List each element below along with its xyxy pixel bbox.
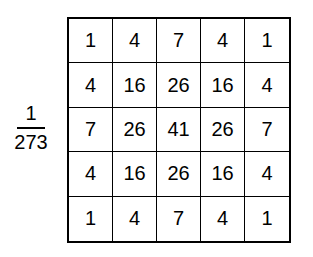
grid-cell-r3c1: 16 — [113, 152, 157, 196]
grid-cell-r2c2: 41 — [157, 108, 201, 152]
grid-cell-r3c0: 4 — [69, 152, 113, 196]
fraction-bar — [17, 127, 45, 129]
gaussian-kernel-figure: 1 273 1 4 7 4 1 4 16 26 16 4 7 26 41 26 … — [0, 0, 313, 257]
fraction-numerator: 1 — [11, 101, 51, 126]
grid-cell-r3c3: 16 — [201, 152, 245, 196]
grid-cell-r1c3: 16 — [201, 63, 245, 107]
grid-cell-r4c2: 7 — [157, 197, 201, 241]
grid-cell-r1c2: 26 — [157, 63, 201, 107]
grid-cell-r1c4: 4 — [245, 63, 289, 107]
kernel-grid: 1 4 7 4 1 4 16 26 16 4 7 26 41 26 7 4 16… — [67, 17, 291, 243]
grid-cell-r4c0: 1 — [69, 197, 113, 241]
grid-cell-r3c4: 4 — [245, 152, 289, 196]
grid-cell-r4c4: 1 — [245, 197, 289, 241]
grid-cell-r4c1: 4 — [113, 197, 157, 241]
grid-cell-r2c3: 26 — [201, 108, 245, 152]
grid-cell-r0c2: 7 — [157, 19, 201, 63]
scale-fraction: 1 273 — [11, 101, 51, 155]
grid-cell-r0c3: 4 — [201, 19, 245, 63]
grid-cell-r1c0: 4 — [69, 63, 113, 107]
grid-cell-r4c3: 4 — [201, 197, 245, 241]
grid-cell-r3c2: 26 — [157, 152, 201, 196]
grid-cell-r2c4: 7 — [245, 108, 289, 152]
grid-cell-r0c4: 1 — [245, 19, 289, 63]
fraction-denominator: 273 — [11, 130, 51, 155]
grid-cell-r0c1: 4 — [113, 19, 157, 63]
grid-cell-r2c0: 7 — [69, 108, 113, 152]
grid-cell-r1c1: 16 — [113, 63, 157, 107]
grid-cell-r2c1: 26 — [113, 108, 157, 152]
grid-cell-r0c0: 1 — [69, 19, 113, 63]
